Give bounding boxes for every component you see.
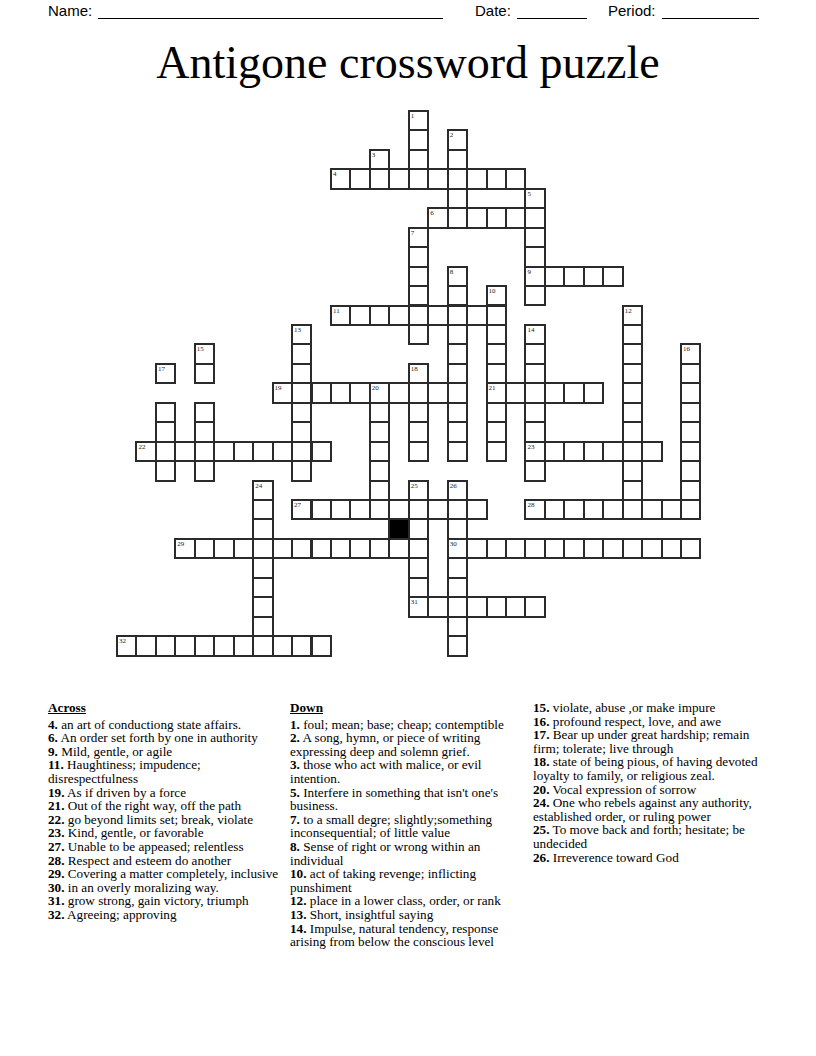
grid-cell[interactable]	[427, 305, 448, 326]
grid-cell[interactable]	[408, 421, 429, 442]
grid-cell[interactable]	[622, 402, 643, 423]
grid-cell[interactable]	[233, 538, 254, 559]
clue-13: 13. Short, insightful saying	[290, 908, 522, 922]
grid-cell[interactable]: 25	[408, 480, 429, 501]
clue-15: 15. violate, abuse ,or make impure	[533, 701, 771, 715]
grid-cell[interactable]	[408, 402, 429, 423]
grid-cell[interactable]	[291, 460, 312, 481]
grid-cell[interactable]	[291, 421, 312, 442]
grid-cell[interactable]	[680, 441, 701, 462]
grid-cell[interactable]: 20	[369, 382, 390, 403]
grid-cell[interactable]	[291, 635, 312, 656]
grid-cell[interactable]	[408, 538, 429, 559]
grid-cell[interactable]	[544, 266, 565, 287]
grid-cell[interactable]: 23	[524, 441, 545, 462]
grid-cell[interactable]: 18	[408, 363, 429, 384]
grid-cell[interactable]	[194, 421, 215, 442]
grid-cell[interactable]	[524, 285, 545, 306]
down-clues-column: Down 1. foul; mean; base; cheap; contemp…	[290, 701, 522, 949]
grid-cell[interactable]: 1	[408, 110, 429, 131]
grid-cell[interactable]	[349, 305, 370, 326]
grid-cell[interactable]	[486, 305, 507, 326]
clue-number: 10.	[290, 866, 306, 881]
grid-cell[interactable]	[466, 207, 487, 228]
grid-cell[interactable]	[291, 343, 312, 364]
clue-2: 2. A song, hymn, or piece of writing exp…	[290, 731, 522, 758]
grid-cell[interactable]	[369, 305, 390, 326]
cell-number: 6	[430, 209, 434, 217]
grid-cell[interactable]	[388, 499, 409, 520]
grid-cell[interactable]	[252, 441, 273, 462]
grid-cell[interactable]: 9	[524, 266, 545, 287]
clue-27: 27. Unable to be appeased; relentless	[48, 840, 288, 854]
grid-cell[interactable]	[291, 363, 312, 384]
grid-cell[interactable]	[447, 382, 468, 403]
clue-14: 14. Impulse, natural tendency, response …	[290, 922, 522, 949]
cell-number: 14	[527, 326, 534, 334]
grid-cell[interactable]	[252, 616, 273, 637]
clue-number: 14.	[290, 921, 306, 936]
grid-cell[interactable]	[622, 441, 643, 462]
grid-cell[interactable]	[447, 149, 468, 170]
grid-cell[interactable]	[524, 207, 545, 228]
cell-number: 2	[450, 131, 454, 139]
grid-cell[interactable]	[408, 168, 429, 189]
clue-21: 21. Out of the right way, off the path	[48, 799, 288, 813]
grid-cell[interactable]	[602, 441, 623, 462]
grid-cell[interactable]	[680, 421, 701, 442]
grid-cell[interactable]	[563, 266, 584, 287]
grid-cell[interactable]	[194, 635, 215, 656]
grid-cell[interactable]	[680, 382, 701, 403]
grid-cell[interactable]	[427, 168, 448, 189]
grid-cell[interactable]	[311, 382, 332, 403]
grid-cell[interactable]: 31	[408, 596, 429, 617]
worksheet-page: Name: Date: Period: Antigone crossword p…	[0, 0, 816, 1056]
grid-cell[interactable]	[408, 577, 429, 598]
grid-cell[interactable]	[466, 499, 487, 520]
grid-cell[interactable]	[349, 168, 370, 189]
clue-22: 22. go beyond limits set; break, violate	[48, 813, 288, 827]
grid-cell[interactable]	[369, 499, 390, 520]
grid-cell[interactable]	[505, 382, 526, 403]
grid-cell[interactable]	[524, 343, 545, 364]
grid-cell[interactable]	[447, 207, 468, 228]
clue-7: 7. to a small degre; slightly;something …	[290, 813, 522, 840]
cell-number: 24	[255, 482, 262, 490]
grid-cell[interactable]	[622, 460, 643, 481]
grid-cell[interactable]	[427, 596, 448, 617]
grid-cell[interactable]	[524, 538, 545, 559]
grid-cell[interactable]	[524, 402, 545, 423]
grid-cell[interactable]: 7	[408, 227, 429, 248]
clue-number: 2.	[290, 730, 300, 745]
grid-cell[interactable]	[622, 538, 643, 559]
grid-cell[interactable]	[447, 557, 468, 578]
grid-cell[interactable]	[155, 421, 176, 442]
clue-number: 17.	[533, 727, 549, 742]
grid-cell[interactable]: 28	[524, 499, 545, 520]
grid-cell[interactable]	[466, 305, 487, 326]
grid-cell[interactable]	[486, 441, 507, 462]
grid-cell[interactable]	[447, 518, 468, 539]
grid-cell[interactable]: 11	[330, 305, 351, 326]
across-clues-column: Across 4. an art of conductiong state af…	[48, 701, 288, 922]
grid-cell[interactable]: 22	[135, 441, 156, 462]
cell-number: 12	[625, 307, 632, 315]
grid-cell[interactable]	[252, 577, 273, 598]
crossword-grid: 1234567891011121314151617181920212223242…	[116, 110, 702, 657]
cell-number: 32	[119, 637, 126, 645]
grid-cell[interactable]	[563, 538, 584, 559]
grid-cell[interactable]	[486, 343, 507, 364]
grid-cell[interactable]	[583, 441, 604, 462]
grid-cell[interactable]	[486, 324, 507, 345]
grid-cell[interactable]	[213, 538, 234, 559]
grid-cell[interactable]	[563, 382, 584, 403]
clue-number: 25.	[533, 822, 549, 837]
grid-cell[interactable]	[641, 538, 662, 559]
grid-cell[interactable]	[641, 441, 662, 462]
grid-cell[interactable]	[233, 635, 254, 656]
grid-cell[interactable]	[369, 480, 390, 501]
grid-cell[interactable]	[544, 382, 565, 403]
grid-cell[interactable]	[447, 305, 468, 326]
clue-number: 11.	[48, 757, 64, 772]
black-cell	[388, 518, 409, 539]
clue-number: 3.	[290, 757, 300, 772]
grid-cell[interactable]: 26	[447, 480, 468, 501]
grid-cell[interactable]	[311, 635, 332, 656]
cell-number: 23	[527, 443, 534, 451]
grid-cell[interactable]	[388, 538, 409, 559]
clue-1: 1. foul; mean; base; cheap; contemptible	[290, 718, 522, 732]
across-heading: Across	[48, 701, 288, 715]
grid-cell[interactable]	[524, 227, 545, 248]
grid-cell[interactable]	[486, 538, 507, 559]
grid-cell[interactable]: 29	[174, 538, 195, 559]
name-blank-line[interactable]	[98, 2, 443, 19]
grid-cell[interactable]	[330, 382, 351, 403]
period-label: Period:	[608, 2, 662, 19]
grid-cell[interactable]	[486, 596, 507, 617]
grid-cell[interactable]	[213, 441, 234, 462]
grid-cell[interactable]: 17	[155, 363, 176, 384]
grid-cell[interactable]	[602, 266, 623, 287]
grid-cell[interactable]	[388, 305, 409, 326]
grid-cell[interactable]: 19	[272, 382, 293, 403]
grid-cell[interactable]: 5	[524, 188, 545, 209]
grid-cell[interactable]	[330, 538, 351, 559]
grid-cell[interactable]	[291, 382, 312, 403]
grid-cell[interactable]	[369, 460, 390, 481]
grid-cell[interactable]	[583, 499, 604, 520]
clue-17: 17. Bear up under great hardship; remain…	[533, 728, 771, 755]
grid-cell[interactable]	[252, 499, 273, 520]
grid-cell[interactable]: 14	[524, 324, 545, 345]
grid-cell[interactable]: 27	[291, 499, 312, 520]
cell-number: 25	[411, 482, 418, 490]
cell-number: 26	[450, 482, 457, 490]
grid-cell[interactable]: 16	[680, 343, 701, 364]
grid-cell[interactable]	[408, 441, 429, 462]
grid-cell[interactable]	[408, 285, 429, 306]
grid-cell[interactable]	[505, 596, 526, 617]
grid-cell[interactable]	[680, 499, 701, 520]
grid-cell[interactable]	[466, 168, 487, 189]
grid-cell[interactable]	[194, 363, 215, 384]
clue-29: 29. Covering a matter completely, inclus…	[48, 867, 288, 881]
grid-cell[interactable]: 8	[447, 266, 468, 287]
grid-cell[interactable]: 21	[486, 382, 507, 403]
grid-cell[interactable]	[447, 616, 468, 637]
grid-cell[interactable]	[524, 460, 545, 481]
grid-cell[interactable]	[622, 499, 643, 520]
clue-20: 20. Vocal expression of sorrow	[533, 783, 771, 797]
grid-cell[interactable]	[622, 421, 643, 442]
grid-cell[interactable]	[447, 402, 468, 423]
grid-cell[interactable]	[408, 246, 429, 267]
grid-cell[interactable]	[252, 518, 273, 539]
grid-cell[interactable]	[447, 577, 468, 598]
grid-cell[interactable]	[349, 538, 370, 559]
grid-cell[interactable]	[661, 538, 682, 559]
grid-cell[interactable]	[447, 441, 468, 462]
grid-cell[interactable]	[194, 538, 215, 559]
cell-number: 7	[411, 229, 415, 237]
grid-cell[interactable]	[524, 421, 545, 442]
grid-cell[interactable]	[680, 402, 701, 423]
grid-cell[interactable]	[622, 324, 643, 345]
date-blank-line[interactable]	[517, 2, 587, 19]
grid-cell[interactable]: 6	[427, 207, 448, 228]
grid-cell[interactable]	[680, 480, 701, 501]
grid-cell[interactable]: 32	[116, 635, 137, 656]
clue-number: 5.	[290, 785, 300, 800]
grid-cell[interactable]	[408, 305, 429, 326]
grid-cell[interactable]	[427, 382, 448, 403]
clue-5: 5. Interfere in something that isn't one…	[290, 786, 522, 813]
grid-cell[interactable]	[369, 441, 390, 462]
grid-cell[interactable]	[272, 635, 293, 656]
grid-cell[interactable]	[349, 499, 370, 520]
grid-cell[interactable]	[174, 635, 195, 656]
grid-cell[interactable]	[408, 129, 429, 150]
grid-cell[interactable]	[447, 363, 468, 384]
clue-10: 10. act of taking revenge; inflicting pu…	[290, 867, 522, 894]
clue-26: 26. Irreverence toward God	[533, 851, 771, 865]
grid-cell[interactable]	[252, 538, 273, 559]
grid-cell[interactable]	[369, 538, 390, 559]
grid-cell[interactable]	[291, 402, 312, 423]
cell-number: 13	[294, 326, 301, 334]
grid-cell[interactable]	[252, 596, 273, 617]
grid-cell[interactable]	[602, 499, 623, 520]
grid-cell[interactable]	[194, 402, 215, 423]
grid-cell[interactable]	[622, 480, 643, 501]
clue-number: 7.	[290, 812, 300, 827]
clue-9: 9. Mild, gentle, or agile	[48, 745, 288, 759]
grid-cell[interactable]	[447, 596, 468, 617]
cell-number: 27	[294, 501, 301, 509]
grid-cell[interactable]	[408, 518, 429, 539]
clue-number: 18.	[533, 754, 549, 769]
grid-cell[interactable]	[369, 168, 390, 189]
date-label: Date:	[475, 2, 517, 19]
grid-cell[interactable]	[524, 246, 545, 267]
cell-number: 18	[411, 365, 418, 373]
name-field: Name:	[48, 2, 443, 19]
clue-12: 12. place in a lower class, order, or ra…	[290, 894, 522, 908]
cell-number: 28	[527, 501, 534, 509]
grid-cell[interactable]	[408, 324, 429, 345]
clue-16: 16. profound respect, love, and awe	[533, 715, 771, 729]
grid-cell[interactable]	[252, 635, 273, 656]
grid-cell[interactable]	[466, 538, 487, 559]
date-field: Date:	[475, 2, 587, 19]
grid-cell[interactable]	[272, 441, 293, 462]
grid-cell[interactable]: 15	[194, 343, 215, 364]
grid-cell[interactable]	[563, 441, 584, 462]
grid-cell[interactable]	[622, 343, 643, 364]
grid-cell[interactable]	[524, 596, 545, 617]
cell-number: 11	[333, 307, 340, 315]
grid-cell[interactable]: 12	[622, 305, 643, 326]
grid-cell[interactable]	[447, 635, 468, 656]
grid-cell[interactable]	[174, 441, 195, 462]
grid-cell[interactable]	[194, 441, 215, 462]
grid-cell[interactable]	[272, 538, 293, 559]
grid-cell[interactable]	[544, 499, 565, 520]
grid-cell[interactable]	[447, 343, 468, 364]
grid-cell[interactable]	[194, 460, 215, 481]
grid-cell[interactable]	[252, 557, 273, 578]
grid-cell[interactable]	[602, 538, 623, 559]
cell-number: 19	[275, 384, 282, 392]
grid-cell[interactable]	[408, 499, 429, 520]
grid-cell[interactable]	[233, 441, 254, 462]
grid-cell[interactable]	[583, 538, 604, 559]
grid-cell[interactable]	[291, 441, 312, 462]
grid-cell[interactable]	[388, 382, 409, 403]
grid-cell[interactable]	[544, 441, 565, 462]
period-blank-line[interactable]	[662, 2, 759, 19]
grid-cell[interactable]: 10	[486, 285, 507, 306]
grid-cell[interactable]	[486, 168, 507, 189]
grid-cell[interactable]	[330, 499, 351, 520]
grid-cell[interactable]	[622, 382, 643, 403]
clue-25: 25. To move back and forth; hesitate; be…	[533, 823, 771, 850]
grid-cell[interactable]	[155, 460, 176, 481]
clue-3: 3. those who act with malice, or evil in…	[290, 758, 522, 785]
grid-cell[interactable]	[447, 421, 468, 442]
grid-cell[interactable]	[447, 188, 468, 209]
clue-23: 23. Kind, gentle, or favorable	[48, 826, 288, 840]
clue-28: 28. Respect and esteem do another	[48, 854, 288, 868]
grid-cell[interactable]	[349, 382, 370, 403]
grid-cell[interactable]	[622, 363, 643, 384]
grid-cell[interactable]	[427, 499, 448, 520]
grid-cell[interactable]: 24	[252, 480, 273, 501]
grid-cell[interactable]	[524, 382, 545, 403]
cell-number: 17	[158, 365, 165, 373]
cell-number: 3	[372, 151, 376, 159]
grid-cell[interactable]	[311, 499, 332, 520]
grid-cell[interactable]	[408, 382, 429, 403]
grid-cell[interactable]	[486, 207, 507, 228]
period-field: Period:	[608, 2, 759, 19]
grid-cell[interactable]	[661, 499, 682, 520]
grid-cell[interactable]	[486, 402, 507, 423]
clue-32: 32. Agreeing; approving	[48, 908, 288, 922]
clue-number: 8.	[290, 839, 300, 854]
grid-cell[interactable]: 13	[291, 324, 312, 345]
grid-cell[interactable]	[447, 499, 468, 520]
grid-cell[interactable]	[408, 149, 429, 170]
grid-cell[interactable]	[505, 538, 526, 559]
grid-cell[interactable]: 4	[330, 168, 351, 189]
grid-cell[interactable]: 3	[369, 149, 390, 170]
grid-cell[interactable]	[680, 538, 701, 559]
grid-cell[interactable]: 2	[447, 129, 468, 150]
cell-number: 5	[527, 190, 531, 198]
grid-cell[interactable]	[388, 168, 409, 189]
grid-cell[interactable]	[369, 421, 390, 442]
grid-cell[interactable]	[291, 538, 312, 559]
grid-cell[interactable]	[680, 363, 701, 384]
cell-number: 21	[489, 384, 496, 392]
cell-number: 29	[177, 540, 184, 548]
grid-cell[interactable]	[155, 441, 176, 462]
grid-cell[interactable]	[135, 635, 156, 656]
grid-cell[interactable]	[447, 168, 468, 189]
across-clue-list: 4. an art of conductiong state affairs.6…	[48, 718, 288, 922]
clue-31: 31. grow strong, gain victory, triumph	[48, 894, 288, 908]
clue-19: 19. As if driven by a force	[48, 786, 288, 800]
grid-cell[interactable]	[155, 402, 176, 423]
grid-cell[interactable]	[583, 266, 604, 287]
grid-cell[interactable]	[213, 635, 234, 656]
grid-cell[interactable]	[505, 168, 526, 189]
grid-cell[interactable]	[408, 266, 429, 287]
grid-cell[interactable]: 30	[447, 538, 468, 559]
grid-cell[interactable]	[583, 382, 604, 403]
grid-cell[interactable]	[311, 441, 332, 462]
grid-cell[interactable]	[408, 557, 429, 578]
cell-number: 4	[333, 170, 337, 178]
grid-cell[interactable]	[486, 363, 507, 384]
grid-cell[interactable]	[641, 499, 662, 520]
clue-number: 24.	[533, 795, 549, 810]
cell-number: 16	[683, 345, 690, 353]
grid-cell[interactable]	[505, 207, 526, 228]
clue-number: 32.	[48, 907, 64, 922]
grid-cell[interactable]	[447, 285, 468, 306]
cell-number: 22	[138, 443, 145, 451]
grid-cell[interactable]	[155, 635, 176, 656]
name-label: Name:	[48, 2, 98, 19]
grid-cell[interactable]	[486, 421, 507, 442]
grid-cell[interactable]	[466, 596, 487, 617]
grid-cell[interactable]	[311, 538, 332, 559]
grid-cell[interactable]	[563, 499, 584, 520]
cell-number: 8	[450, 268, 454, 276]
grid-cell[interactable]	[524, 363, 545, 384]
grid-cell[interactable]	[447, 324, 468, 345]
grid-cell[interactable]	[544, 538, 565, 559]
grid-cell[interactable]	[680, 460, 701, 481]
grid-cell[interactable]	[369, 402, 390, 423]
